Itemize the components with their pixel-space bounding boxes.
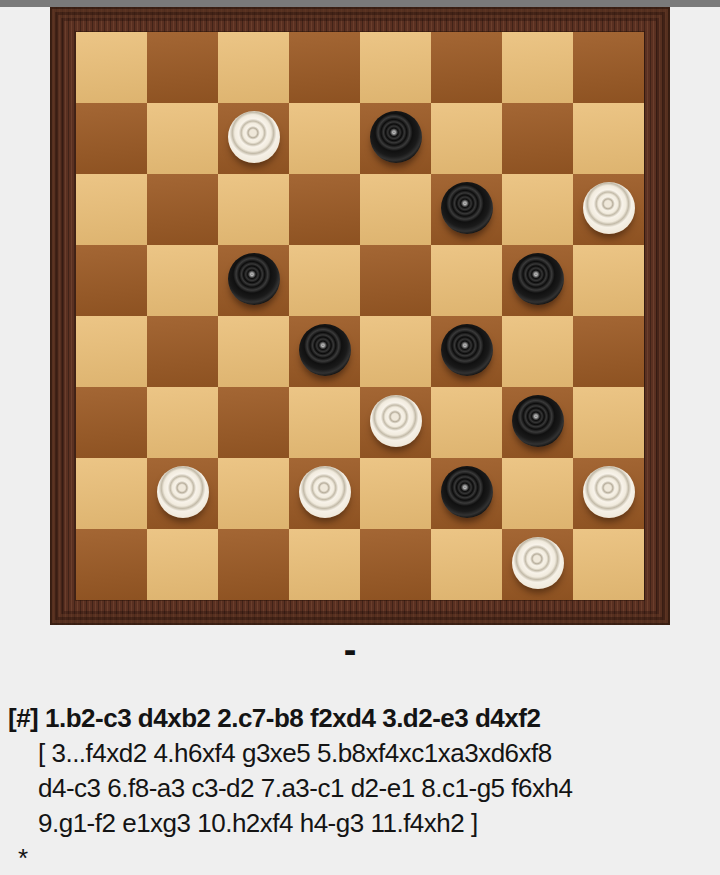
board-grid: [76, 32, 644, 600]
black-man-e7[interactable]: [370, 111, 422, 163]
white-man-h6[interactable]: [583, 182, 635, 234]
square-e6[interactable]: [360, 174, 431, 245]
square-g5[interactable]: [502, 245, 573, 316]
variation-line-1[interactable]: [ 3...f4xd2 4.h6xf4 g3xe5 5.b8xf4xc1xa3x…: [0, 736, 720, 771]
square-h4[interactable]: [573, 316, 644, 387]
white-man-g1[interactable]: [512, 537, 564, 589]
black-man-c5[interactable]: [228, 253, 280, 305]
black-man-f6[interactable]: [441, 182, 493, 234]
square-f5[interactable]: [431, 245, 502, 316]
square-a4[interactable]: [76, 316, 147, 387]
square-a3[interactable]: [76, 387, 147, 458]
white-man-b2[interactable]: [157, 466, 209, 518]
square-d2[interactable]: [289, 458, 360, 529]
square-h6[interactable]: [573, 174, 644, 245]
square-f7[interactable]: [431, 103, 502, 174]
square-g8[interactable]: [502, 32, 573, 103]
square-f6[interactable]: [431, 174, 502, 245]
square-c1[interactable]: [218, 529, 289, 600]
square-e4[interactable]: [360, 316, 431, 387]
square-e8[interactable]: [360, 32, 431, 103]
square-f1[interactable]: [431, 529, 502, 600]
black-man-g3[interactable]: [512, 395, 564, 447]
square-g6[interactable]: [502, 174, 573, 245]
checkers-board-frame: [50, 7, 670, 625]
square-b5[interactable]: [147, 245, 218, 316]
variation-line-2[interactable]: d4-c3 6.f8-a3 c3-d2 7.a3-c1 d2-e1 8.c1-g…: [0, 771, 720, 806]
square-d4[interactable]: [289, 316, 360, 387]
square-b3[interactable]: [147, 387, 218, 458]
main-line-moves[interactable]: [#] 1.b2-c3 d4xb2 2.c7-b8 f2xd4 3.d2-e3 …: [0, 701, 720, 736]
square-d7[interactable]: [289, 103, 360, 174]
square-f2[interactable]: [431, 458, 502, 529]
black-man-f2[interactable]: [441, 466, 493, 518]
black-man-g5[interactable]: [512, 253, 564, 305]
square-a1[interactable]: [76, 529, 147, 600]
square-d1[interactable]: [289, 529, 360, 600]
black-man-d4[interactable]: [299, 324, 351, 376]
square-b7[interactable]: [147, 103, 218, 174]
square-d5[interactable]: [289, 245, 360, 316]
square-d8[interactable]: [289, 32, 360, 103]
square-e3[interactable]: [360, 387, 431, 458]
square-b1[interactable]: [147, 529, 218, 600]
square-h5[interactable]: [573, 245, 644, 316]
game-result: *: [0, 841, 720, 875]
square-f8[interactable]: [431, 32, 502, 103]
square-h1[interactable]: [573, 529, 644, 600]
square-c5[interactable]: [218, 245, 289, 316]
white-man-h2[interactable]: [583, 466, 635, 518]
top-statusbar-strip: [0, 0, 720, 7]
square-g3[interactable]: [502, 387, 573, 458]
square-a8[interactable]: [76, 32, 147, 103]
square-g7[interactable]: [502, 103, 573, 174]
square-c7[interactable]: [218, 103, 289, 174]
square-c8[interactable]: [218, 32, 289, 103]
white-man-c7[interactable]: [228, 111, 280, 163]
moves-panel: [#] 1.b2-c3 d4xb2 2.c7-b8 f2xd4 3.d2-e3 …: [0, 701, 720, 875]
white-man-e3[interactable]: [370, 395, 422, 447]
variation-line-3[interactable]: 9.g1-f2 e1xg3 10.h2xf4 h4-g3 11.f4xh2 ]: [0, 806, 720, 841]
square-h8[interactable]: [573, 32, 644, 103]
square-f4[interactable]: [431, 316, 502, 387]
black-man-f4[interactable]: [441, 324, 493, 376]
square-f3[interactable]: [431, 387, 502, 458]
square-e5[interactable]: [360, 245, 431, 316]
square-b4[interactable]: [147, 316, 218, 387]
square-g1[interactable]: [502, 529, 573, 600]
square-c4[interactable]: [218, 316, 289, 387]
square-d6[interactable]: [289, 174, 360, 245]
square-e7[interactable]: [360, 103, 431, 174]
square-b8[interactable]: [147, 32, 218, 103]
square-h2[interactable]: [573, 458, 644, 529]
square-c2[interactable]: [218, 458, 289, 529]
square-e2[interactable]: [360, 458, 431, 529]
white-man-d2[interactable]: [299, 466, 351, 518]
square-b6[interactable]: [147, 174, 218, 245]
square-a7[interactable]: [76, 103, 147, 174]
square-a5[interactable]: [76, 245, 147, 316]
square-g4[interactable]: [502, 316, 573, 387]
square-c3[interactable]: [218, 387, 289, 458]
square-b2[interactable]: [147, 458, 218, 529]
square-g2[interactable]: [502, 458, 573, 529]
square-a2[interactable]: [76, 458, 147, 529]
square-a6[interactable]: [76, 174, 147, 245]
move-separator-dash: -: [0, 630, 700, 670]
square-d3[interactable]: [289, 387, 360, 458]
square-h3[interactable]: [573, 387, 644, 458]
square-h7[interactable]: [573, 103, 644, 174]
square-c6[interactable]: [218, 174, 289, 245]
square-e1[interactable]: [360, 529, 431, 600]
